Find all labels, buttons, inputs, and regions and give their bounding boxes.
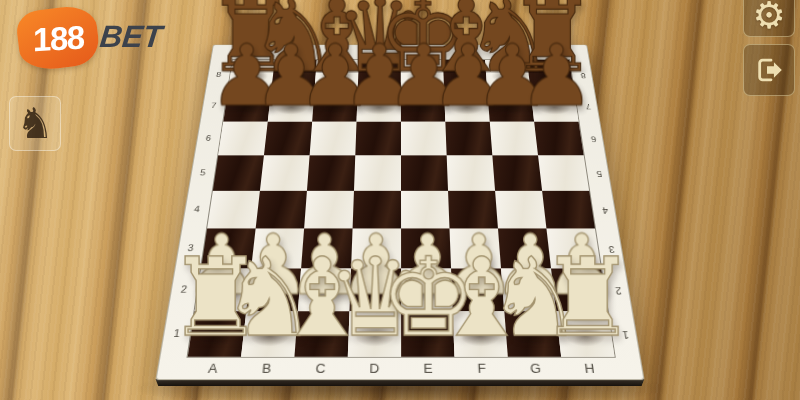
rank-label-4-right: 4 (602, 205, 609, 213)
square-h7[interactable]: ♟ (531, 90, 579, 122)
settings-button[interactable]: ⚙ (743, 0, 795, 37)
square-b6[interactable] (264, 122, 312, 156)
square-c6[interactable] (310, 122, 357, 156)
square-g6[interactable] (490, 122, 538, 156)
square-d5[interactable] (354, 155, 401, 191)
knight-icon: ♞ (16, 103, 54, 145)
rank-label-6-left: 6 (205, 135, 211, 142)
knight-mode-button[interactable]: ♞ (9, 96, 61, 151)
square-c5[interactable] (307, 155, 355, 191)
square-h6[interactable] (534, 122, 584, 156)
square-f5[interactable] (447, 155, 495, 191)
rank-label-8-left: 8 (216, 72, 222, 78)
brand-logo: 188 BET (12, 2, 172, 76)
square-a6[interactable] (218, 122, 267, 156)
board-grid: ♜♞♝♛♚♝♞♜♟♟♟♟♟♟♟♟♟♟♟♟♟♟♟♟♜♞♝♛♚♝♞♜ (186, 59, 615, 357)
square-e6[interactable] (401, 122, 447, 156)
square-a5[interactable] (213, 155, 264, 191)
gear-icon: ⚙ (752, 0, 785, 34)
logo-number: 188 (33, 20, 83, 56)
square-d6[interactable] (355, 122, 401, 156)
square-b5[interactable] (260, 155, 310, 191)
rank-label-7-left: 7 (211, 102, 217, 109)
file-label-d: D (369, 363, 379, 375)
board-edge (156, 379, 645, 386)
rank-label-8-right: 8 (580, 72, 586, 78)
file-label-f: F (477, 363, 486, 375)
square-h1[interactable]: ♜ (556, 311, 615, 357)
square-h5[interactable] (538, 155, 589, 191)
file-label-h: H (584, 363, 596, 375)
square-g5[interactable] (492, 155, 542, 191)
exit-icon (753, 54, 785, 86)
piece-white-rook[interactable]: ♜ (539, 243, 636, 352)
square-f6[interactable] (445, 122, 492, 156)
file-label-b: B (261, 363, 271, 375)
logo-word: BET (98, 21, 163, 52)
rank-label-4-left: 4 (193, 205, 200, 213)
rank-label-7-right: 7 (585, 102, 591, 109)
chess-board: ♜♞♝♛♚♝♞♜♟♟♟♟♟♟♟♟♟♟♟♟♟♟♟♟♜♞♝♛♚♝♞♜ ABCDEFG… (155, 45, 644, 380)
file-label-c: C (315, 363, 326, 375)
file-label-e: E (423, 363, 432, 375)
rank-label-6-right: 6 (590, 135, 596, 142)
rank-label-5-right: 5 (596, 169, 603, 177)
logo-badge: 188 (15, 3, 102, 72)
file-label-g: G (530, 363, 542, 375)
square-e5[interactable] (401, 155, 448, 191)
exit-button[interactable] (743, 44, 795, 96)
rank-label-5-left: 5 (199, 169, 206, 177)
file-label-a: A (207, 363, 218, 375)
